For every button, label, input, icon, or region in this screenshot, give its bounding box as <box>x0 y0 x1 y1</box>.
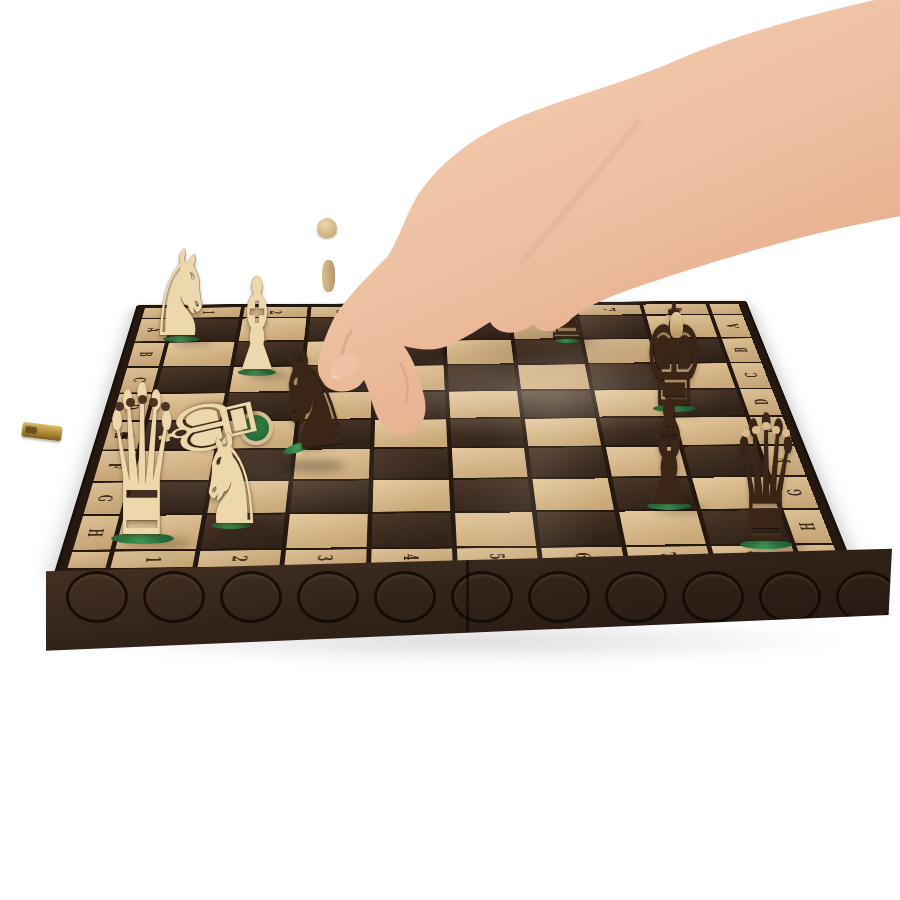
brass-clasp <box>21 422 63 442</box>
square-D4[interactable] <box>375 392 446 419</box>
square-F5[interactable] <box>451 448 528 478</box>
king-finial <box>670 312 683 338</box>
carved-circle <box>297 571 359 623</box>
square-H4[interactable] <box>371 513 451 547</box>
crown-tip <box>742 429 750 437</box>
crown-tip <box>752 426 760 434</box>
white-bishop-hidden-top[interactable] <box>317 218 337 238</box>
wrist-shading <box>520 120 640 264</box>
square-H6[interactable] <box>537 512 621 546</box>
crown-tip <box>762 422 770 430</box>
square-G4[interactable] <box>372 480 450 512</box>
crown-tip <box>138 395 147 404</box>
square-E4[interactable] <box>374 419 447 447</box>
white-bishop-hidden-body <box>322 260 335 292</box>
crown-tip <box>115 402 124 411</box>
square-D6[interactable] <box>522 390 596 417</box>
carved-circle <box>836 571 898 623</box>
square-H5[interactable] <box>455 512 537 546</box>
crown-tip <box>149 398 158 407</box>
crown-tip <box>126 398 135 407</box>
crown-tip <box>161 402 170 411</box>
square-D5[interactable] <box>449 391 521 418</box>
border-letter-right-A: A <box>713 315 751 337</box>
square-F4[interactable] <box>373 449 448 479</box>
square-E6[interactable] <box>525 418 601 446</box>
border-letter-right-B: B <box>722 338 761 361</box>
crown-tip <box>782 429 790 437</box>
chess-product-photo: 12345678AABBCCDD♚EFFGGHH12345678 ♞♝♚♛♞♜♚… <box>0 0 900 900</box>
square-G5[interactable] <box>453 479 532 511</box>
border-number-bottom-2: 2 <box>197 550 281 567</box>
border-number-top-3: 3 <box>310 306 374 316</box>
square-G3[interactable] <box>290 481 369 513</box>
carved-circle <box>605 571 667 623</box>
border-corner <box>709 304 742 314</box>
square-G6[interactable] <box>533 478 614 510</box>
square-H3[interactable] <box>286 514 367 548</box>
carved-circle <box>220 571 282 623</box>
carved-circle <box>528 571 590 623</box>
carved-circle <box>451 571 513 623</box>
carved-circle <box>374 571 436 623</box>
square-E5[interactable] <box>450 419 524 447</box>
square-F6[interactable] <box>529 447 608 477</box>
border-number-top-4: 4 <box>378 306 441 316</box>
crown-tip <box>772 426 780 434</box>
